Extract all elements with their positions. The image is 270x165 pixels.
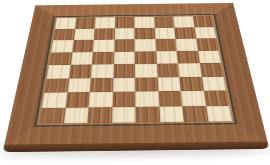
square-f5[interactable]	[156, 51, 178, 64]
square-b6[interactable]	[72, 40, 94, 52]
square-a5[interactable]	[49, 52, 72, 65]
square-h6[interactable]	[196, 38, 219, 50]
square-c7[interactable]	[94, 28, 115, 40]
square-b8[interactable]	[75, 17, 96, 28]
board-frame	[4, 3, 268, 146]
square-f2[interactable]	[158, 91, 182, 106]
chess-board	[4, 3, 268, 146]
perspective-tilt	[0, 0, 270, 165]
square-b5[interactable]	[70, 52, 92, 65]
square-f8[interactable]	[154, 17, 174, 28]
square-a3[interactable]	[44, 78, 68, 92]
square-f1[interactable]	[159, 106, 184, 122]
square-c8[interactable]	[95, 17, 115, 28]
square-h3[interactable]	[201, 76, 226, 90]
square-g3[interactable]	[179, 77, 203, 91]
square-a4[interactable]	[47, 65, 71, 79]
square-h4[interactable]	[199, 63, 223, 77]
square-f4[interactable]	[156, 63, 179, 77]
square-g8[interactable]	[173, 16, 194, 27]
square-b4[interactable]	[69, 65, 92, 79]
square-g4[interactable]	[178, 63, 201, 77]
square-a2[interactable]	[42, 92, 67, 107]
square-c1[interactable]	[87, 107, 112, 123]
square-d8[interactable]	[115, 17, 135, 28]
square-d7[interactable]	[114, 28, 134, 40]
square-b2[interactable]	[65, 92, 90, 107]
square-g1[interactable]	[182, 106, 208, 122]
square-e7[interactable]	[134, 28, 155, 40]
frame-inlay-line	[34, 14, 237, 127]
square-b7[interactable]	[73, 28, 94, 40]
square-f6[interactable]	[155, 39, 177, 51]
square-d1[interactable]	[112, 107, 136, 123]
square-c3[interactable]	[90, 78, 113, 92]
square-e5[interactable]	[135, 51, 157, 64]
square-e6[interactable]	[135, 39, 156, 51]
square-d2[interactable]	[112, 92, 135, 107]
square-e8[interactable]	[134, 17, 154, 28]
square-e4[interactable]	[135, 64, 157, 78]
square-f3[interactable]	[157, 77, 181, 91]
board-grid	[39, 16, 232, 124]
square-d4[interactable]	[113, 64, 135, 78]
square-e3[interactable]	[135, 77, 158, 91]
square-c2[interactable]	[89, 92, 113, 107]
square-g6[interactable]	[175, 39, 197, 51]
square-h8[interactable]	[193, 16, 214, 27]
square-g2[interactable]	[181, 91, 206, 106]
square-c4[interactable]	[91, 64, 114, 78]
photo-canvas	[0, 0, 270, 165]
square-c5[interactable]	[92, 52, 114, 65]
square-h5[interactable]	[198, 50, 221, 63]
square-b1[interactable]	[63, 107, 88, 123]
square-a8[interactable]	[55, 18, 76, 29]
square-h2[interactable]	[203, 90, 229, 105]
square-a7[interactable]	[53, 29, 75, 41]
square-e1[interactable]	[135, 106, 159, 122]
square-d5[interactable]	[113, 51, 134, 64]
square-a6[interactable]	[51, 40, 73, 52]
square-a1[interactable]	[39, 107, 65, 123]
square-b3[interactable]	[67, 78, 91, 92]
square-d3[interactable]	[113, 77, 136, 91]
square-h7[interactable]	[194, 27, 216, 39]
square-d6[interactable]	[114, 39, 135, 51]
square-g7[interactable]	[174, 27, 196, 39]
square-c6[interactable]	[93, 40, 114, 52]
square-f7[interactable]	[154, 27, 175, 39]
square-e2[interactable]	[135, 91, 159, 106]
square-h1[interactable]	[206, 105, 232, 121]
square-g5[interactable]	[177, 51, 200, 64]
